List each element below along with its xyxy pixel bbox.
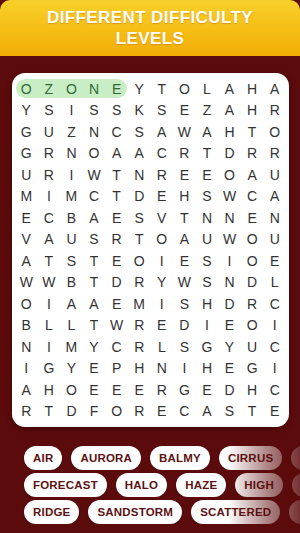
- level-banner: DIFFERENT DIFFICULTY LEVELS: [0, 0, 300, 56]
- grid-cell[interactable]: E: [218, 315, 241, 337]
- grid-cell[interactable]: C: [151, 143, 174, 165]
- grid-cell[interactable]: U: [60, 229, 83, 251]
- grid-cell[interactable]: L: [263, 272, 286, 294]
- grid-cell[interactable]: R: [151, 379, 174, 401]
- word-chip-row-2[interactable]: FORECASTHALOHAZEHIGHI: [0, 473, 300, 497]
- grid-cell[interactable]: B: [60, 272, 83, 294]
- grid-cell[interactable]: A: [196, 121, 219, 143]
- grid-cell[interactable]: H: [241, 100, 264, 122]
- grid-cell[interactable]: D: [60, 401, 83, 423]
- grid-cell[interactable]: T: [173, 207, 196, 229]
- word-chip: AIR: [24, 446, 62, 470]
- grid-cell[interactable]: R: [128, 315, 151, 337]
- grid-cell[interactable]: S: [196, 272, 219, 294]
- grid-cell[interactable]: E: [151, 186, 174, 208]
- grid-cell[interactable]: R: [15, 401, 38, 423]
- grid-cell[interactable]: N: [263, 207, 286, 229]
- grid-cell[interactable]: H: [241, 379, 264, 401]
- grid-cell[interactable]: C: [83, 186, 106, 208]
- grid-cell[interactable]: R: [241, 293, 264, 315]
- grid-cell[interactable]: A: [15, 379, 38, 401]
- grid-cell[interactable]: U: [263, 229, 286, 251]
- grid-cell[interactable]: E: [128, 379, 151, 401]
- grid-cell[interactable]: N: [218, 207, 241, 229]
- grid-cell[interactable]: A: [83, 207, 106, 229]
- grid-cell[interactable]: O: [241, 250, 264, 272]
- word-chip-row-1[interactable]: AIRAURORABALMYCIRRUSD: [0, 446, 300, 470]
- grid-cell[interactable]: E: [263, 250, 286, 272]
- grid-cell[interactable]: E: [173, 100, 196, 122]
- grid-cell[interactable]: N: [151, 358, 174, 380]
- grid-cell[interactable]: N: [196, 207, 219, 229]
- grid-cell[interactable]: D: [128, 186, 151, 208]
- grid-cell[interactable]: O: [241, 229, 264, 251]
- grid-cell[interactable]: Y: [128, 78, 151, 100]
- grid-cell[interactable]: E: [173, 164, 196, 186]
- grid-cell[interactable]: R: [151, 164, 174, 186]
- grid-cell[interactable]: C: [263, 336, 286, 358]
- grid-cell[interactable]: L: [196, 78, 219, 100]
- grid-cell[interactable]: U: [15, 164, 38, 186]
- grid-cell[interactable]: K: [128, 100, 151, 122]
- word-chip: [289, 500, 300, 524]
- grid-cell[interactable]: O: [151, 229, 174, 251]
- grid-cell[interactable]: Y: [83, 336, 106, 358]
- word-chip: FORECAST: [24, 473, 107, 497]
- grid-cell[interactable]: I: [173, 358, 196, 380]
- grid-cell[interactable]: O: [60, 379, 83, 401]
- word-chip: AURORA: [71, 446, 141, 470]
- word-chip: D: [291, 446, 300, 470]
- grid-cell[interactable]: Z: [60, 121, 83, 143]
- grid-cell[interactable]: N: [128, 164, 151, 186]
- banner-title-line2: LEVELS: [116, 28, 185, 49]
- grid-cell[interactable]: R: [173, 143, 196, 165]
- grid-cell[interactable]: E: [218, 358, 241, 380]
- grid-cell[interactable]: Z: [196, 100, 219, 122]
- grid-cell[interactable]: H: [173, 186, 196, 208]
- grid-cell[interactable]: A: [263, 186, 286, 208]
- grid-cell[interactable]: A: [83, 293, 106, 315]
- grid-cell[interactable]: H: [196, 293, 219, 315]
- grid-cell[interactable]: U: [38, 121, 61, 143]
- grid-cell[interactable]: W: [15, 272, 38, 294]
- grid-cell[interactable]: I: [218, 250, 241, 272]
- grid-cell[interactable]: T: [38, 401, 61, 423]
- grid-cell[interactable]: O: [105, 401, 128, 423]
- grid-cell[interactable]: E: [83, 379, 106, 401]
- word-chip: RIDGE: [24, 500, 79, 524]
- grid-cell[interactable]: D: [173, 315, 196, 337]
- grid-cell[interactable]: N: [218, 272, 241, 294]
- word-chip: BALMY: [150, 446, 210, 470]
- grid-cell[interactable]: V: [151, 207, 174, 229]
- grid-cell[interactable]: O: [241, 315, 264, 337]
- grid-cell[interactable]: S: [196, 186, 219, 208]
- grid-cell[interactable]: L: [60, 315, 83, 337]
- board-panel: OZONEYTOLAHAYSISSKSEZAHRGUZNCSAWAHTOGRNO…: [12, 73, 289, 427]
- grid-cell[interactable]: E: [105, 379, 128, 401]
- grid-cell[interactable]: E: [241, 207, 264, 229]
- grid-cell[interactable]: D: [105, 272, 128, 294]
- grid-cell[interactable]: T: [105, 164, 128, 186]
- grid-cell[interactable]: S: [196, 250, 219, 272]
- grid-cell[interactable]: C: [173, 401, 196, 423]
- grid-cell[interactable]: Z: [38, 78, 61, 100]
- grid-cell[interactable]: E: [196, 164, 219, 186]
- grid-cell[interactable]: H: [196, 358, 219, 380]
- grid-cell[interactable]: T: [128, 229, 151, 251]
- grid-cell[interactable]: O: [60, 78, 83, 100]
- grid-cell[interactable]: N: [15, 336, 38, 358]
- grid-cell[interactable]: T: [241, 121, 264, 143]
- grid-cell[interactable]: M: [60, 186, 83, 208]
- grid-cell[interactable]: D: [241, 272, 264, 294]
- grid-cell[interactable]: Y: [218, 336, 241, 358]
- grid-cell[interactable]: H: [38, 379, 61, 401]
- grid-cell[interactable]: H: [128, 358, 151, 380]
- grid-cell[interactable]: E: [151, 315, 174, 337]
- grid-cell[interactable]: R: [263, 100, 286, 122]
- grid-cell[interactable]: A: [263, 78, 286, 100]
- grid-cell[interactable]: A: [105, 143, 128, 165]
- grid-cell[interactable]: T: [38, 250, 61, 272]
- grid-cell[interactable]: I: [15, 358, 38, 380]
- grid-cell[interactable]: C: [38, 207, 61, 229]
- grid-cell[interactable]: T: [83, 272, 106, 294]
- grid-cell[interactable]: C: [105, 121, 128, 143]
- grid-cell[interactable]: B: [60, 207, 83, 229]
- grid-cell[interactable]: H: [218, 121, 241, 143]
- grid-cell[interactable]: W: [105, 315, 128, 337]
- grid-cell[interactable]: I: [263, 358, 286, 380]
- grid-cell[interactable]: W: [173, 272, 196, 294]
- grid-cell[interactable]: A: [196, 401, 219, 423]
- grid-cell[interactable]: S: [60, 250, 83, 272]
- grid-cell[interactable]: E: [105, 250, 128, 272]
- grid-cell[interactable]: A: [128, 143, 151, 165]
- word-chip: I: [292, 473, 300, 497]
- grid-cell[interactable]: R: [38, 164, 61, 186]
- grid-cell[interactable]: O: [15, 78, 38, 100]
- grid-cell[interactable]: Y: [15, 100, 38, 122]
- grid-cell[interactable]: L: [38, 315, 61, 337]
- word-chip-row-3[interactable]: RIDGESANDSTORMSCATTERED: [0, 500, 300, 524]
- grid-cell[interactable]: R: [38, 143, 61, 165]
- grid-cell[interactable]: O: [128, 250, 151, 272]
- grid-cell[interactable]: W: [173, 121, 196, 143]
- grid-cell[interactable]: G: [173, 379, 196, 401]
- word-chip: CIRRUS: [219, 446, 282, 470]
- grid-cell[interactable]: A: [218, 100, 241, 122]
- grid-cell[interactable]: M: [60, 336, 83, 358]
- grid-cell[interactable]: S: [105, 100, 128, 122]
- grid-cell[interactable]: N: [83, 78, 106, 100]
- grid-cell[interactable]: I: [38, 336, 61, 358]
- grid-cell[interactable]: S: [128, 121, 151, 143]
- grid-cell[interactable]: Y: [151, 272, 174, 294]
- grid-cell[interactable]: R: [128, 336, 151, 358]
- grid-cell[interactable]: A: [151, 121, 174, 143]
- grid-cell[interactable]: A: [60, 293, 83, 315]
- grid-cell[interactable]: A: [38, 229, 61, 251]
- grid-cell[interactable]: R: [241, 143, 264, 165]
- grid-cell[interactable]: E: [83, 358, 106, 380]
- grid-cell[interactable]: O: [263, 121, 286, 143]
- grid-cell[interactable]: L: [151, 336, 174, 358]
- grid-cell[interactable]: S: [128, 207, 151, 229]
- grid-cell[interactable]: V: [15, 229, 38, 251]
- grid-cell[interactable]: C: [263, 379, 286, 401]
- grid-cell[interactable]: R: [128, 272, 151, 294]
- grid-cell[interactable]: O: [15, 293, 38, 315]
- grid-cell[interactable]: N: [83, 121, 106, 143]
- grid-cell[interactable]: S: [173, 293, 196, 315]
- grid-cell[interactable]: S: [38, 100, 61, 122]
- grid-cell[interactable]: S: [218, 401, 241, 423]
- grid-cell[interactable]: E: [151, 401, 174, 423]
- grid-cell[interactable]: T: [83, 315, 106, 337]
- grid-cell[interactable]: B: [15, 315, 38, 337]
- grid-cell[interactable]: E: [105, 293, 128, 315]
- word-chip: SCATTERED: [191, 500, 280, 524]
- grid-cell[interactable]: E: [173, 250, 196, 272]
- grid-cell[interactable]: G: [15, 143, 38, 165]
- grid-cell[interactable]: O: [83, 143, 106, 165]
- grid-cell[interactable]: C: [105, 336, 128, 358]
- word-chip: HALO: [116, 473, 167, 497]
- grid-cell[interactable]: E: [105, 78, 128, 100]
- grid-cell[interactable]: A: [173, 229, 196, 251]
- grid-cell[interactable]: I: [196, 315, 219, 337]
- grid-cell[interactable]: G: [15, 121, 38, 143]
- grid-cell[interactable]: S: [173, 336, 196, 358]
- grid-cell[interactable]: T: [196, 143, 219, 165]
- grid-cell[interactable]: N: [60, 143, 83, 165]
- grid-cell[interactable]: A: [218, 78, 241, 100]
- grid-cell[interactable]: M: [128, 293, 151, 315]
- word-chip: HIGH: [235, 473, 283, 497]
- grid-cell[interactable]: E: [263, 401, 286, 423]
- grid-cell[interactable]: A: [241, 164, 264, 186]
- grid-cell[interactable]: G: [38, 358, 61, 380]
- grid-cell[interactable]: D: [218, 293, 241, 315]
- grid-cell[interactable]: T: [151, 78, 174, 100]
- grid-cell[interactable]: U: [263, 164, 286, 186]
- grid-cell[interactable]: S: [151, 100, 174, 122]
- grid-cell[interactable]: R: [128, 401, 151, 423]
- grid-cell[interactable]: T: [105, 186, 128, 208]
- word-chip: HAZE: [176, 473, 226, 497]
- letter-grid[interactable]: OZONEYTOLAHAYSISSKSEZAHRGUZNCSAWAHTOGRNO…: [12, 73, 289, 427]
- grid-cell[interactable]: O: [173, 78, 196, 100]
- grid-cell[interactable]: G: [196, 336, 219, 358]
- grid-cell[interactable]: E: [105, 207, 128, 229]
- grid-cell[interactable]: G: [241, 358, 264, 380]
- grid-cell[interactable]: I: [263, 315, 286, 337]
- grid-cell[interactable]: S: [83, 229, 106, 251]
- grid-cell[interactable]: T: [241, 401, 264, 423]
- grid-cell[interactable]: R: [263, 143, 286, 165]
- grid-cell[interactable]: E: [196, 379, 219, 401]
- grid-cell[interactable]: D: [218, 143, 241, 165]
- grid-cell[interactable]: Y: [60, 358, 83, 380]
- grid-cell[interactable]: W: [218, 229, 241, 251]
- grid-cell[interactable]: W: [218, 186, 241, 208]
- grid-cell[interactable]: I: [151, 293, 174, 315]
- grid-cell[interactable]: R: [105, 229, 128, 251]
- grid-cell[interactable]: W: [83, 164, 106, 186]
- grid-cell[interactable]: S: [83, 100, 106, 122]
- grid-cell[interactable]: T: [83, 250, 106, 272]
- word-chip: SANDSTORM: [88, 500, 182, 524]
- grid-cell[interactable]: H: [241, 78, 264, 100]
- grid-cell[interactable]: I: [60, 164, 83, 186]
- grid-cell[interactable]: D: [218, 379, 241, 401]
- grid-cell[interactable]: I: [38, 186, 61, 208]
- grid-cell[interactable]: C: [241, 186, 264, 208]
- grid-cell[interactable]: F: [83, 401, 106, 423]
- grid-cell[interactable]: U: [196, 229, 219, 251]
- grid-cell[interactable]: A: [15, 250, 38, 272]
- grid-cell[interactable]: P: [105, 358, 128, 380]
- grid-cell[interactable]: U: [241, 336, 264, 358]
- grid-cell[interactable]: O: [218, 164, 241, 186]
- grid-cell[interactable]: M: [15, 186, 38, 208]
- grid-cell[interactable]: E: [15, 207, 38, 229]
- word-list: AIRAURORABALMYCIRRUSD FORECASTHALOHAZEHI…: [0, 446, 300, 527]
- grid-cell[interactable]: I: [60, 100, 83, 122]
- grid-cell[interactable]: I: [151, 250, 174, 272]
- grid-cell[interactable]: I: [38, 293, 61, 315]
- grid-cell[interactable]: W: [38, 272, 61, 294]
- banner-title-line1: DIFFERENT DIFFICULTY: [47, 7, 253, 28]
- grid-cell[interactable]: C: [263, 293, 286, 315]
